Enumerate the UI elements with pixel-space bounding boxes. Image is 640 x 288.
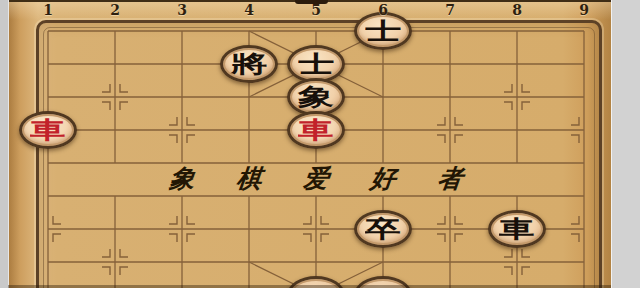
piece-glyph: 車 [499, 214, 535, 243]
file-label-4: 4 [239, 2, 259, 18]
screenshot-root: 123456789 象棋爱好者 士將士象車車卒車 [0, 0, 640, 288]
piece-glyph: 卒 [365, 214, 401, 243]
file-label-2: 2 [105, 2, 125, 18]
piece-black-soldier-f6r7[interactable]: 卒 [354, 210, 412, 248]
file-label-6: 6 [373, 2, 393, 18]
piece-black-general-f4r2[interactable]: 將 [220, 45, 278, 83]
piece-red-chariot-f5r4[interactable]: 車 [287, 111, 345, 149]
piece-glyph: 車 [298, 115, 334, 144]
file-label-9: 9 [574, 2, 594, 18]
piece-glyph: 車 [30, 115, 66, 144]
piece-glyph: 將 [231, 49, 267, 78]
file-label-3: 3 [172, 2, 192, 18]
piece-glyph: 士 [298, 49, 334, 78]
file-label-1: 1 [38, 2, 58, 18]
cutoff-ui-artifact [295, 0, 328, 4]
file-label-7: 7 [440, 2, 460, 18]
piece-red-chariot-f1r4[interactable]: 車 [19, 111, 77, 149]
file-label-5: 5 [306, 2, 326, 18]
pieces-layer: 士將士象車車卒車 [0, 0, 640, 288]
piece-glyph: 象 [298, 82, 334, 111]
piece-black-chariot-f8r7[interactable]: 車 [488, 210, 546, 248]
piece-glyph: 士 [365, 16, 401, 45]
file-label-8: 8 [507, 2, 527, 18]
